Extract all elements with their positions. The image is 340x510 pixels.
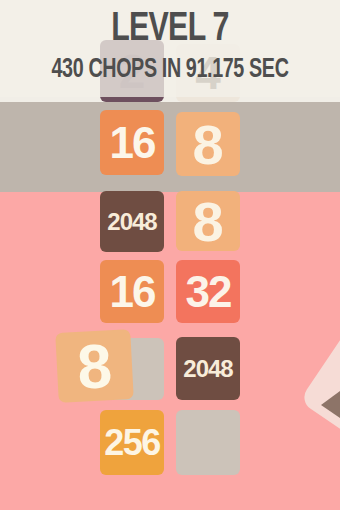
tile-8[interactable]: 8	[176, 191, 240, 251]
tile-32[interactable]: 32	[176, 260, 240, 323]
game-screen: 2416820488163282048256 LEVEL 7 430 CHOPS…	[0, 0, 340, 510]
tile-16[interactable]: 16	[100, 110, 164, 175]
chops-subtitle: 430 CHOPS IN 91.175 SEC	[46, 55, 294, 82]
tile-2048[interactable]: 2048	[176, 337, 240, 400]
level-title: LEVEL 7	[41, 6, 299, 46]
header: LEVEL 7 430 CHOPS IN 91.175 SEC	[0, 0, 340, 82]
tile-8[interactable]: 8	[55, 329, 134, 403]
tile-2048[interactable]: 2048	[100, 191, 164, 252]
tile-256[interactable]: 256	[100, 410, 164, 475]
tile-8[interactable]: 8	[176, 112, 240, 176]
tile-16[interactable]: 16	[100, 260, 164, 323]
offscreen-tile	[299, 293, 340, 473]
empty-cell	[176, 410, 240, 475]
